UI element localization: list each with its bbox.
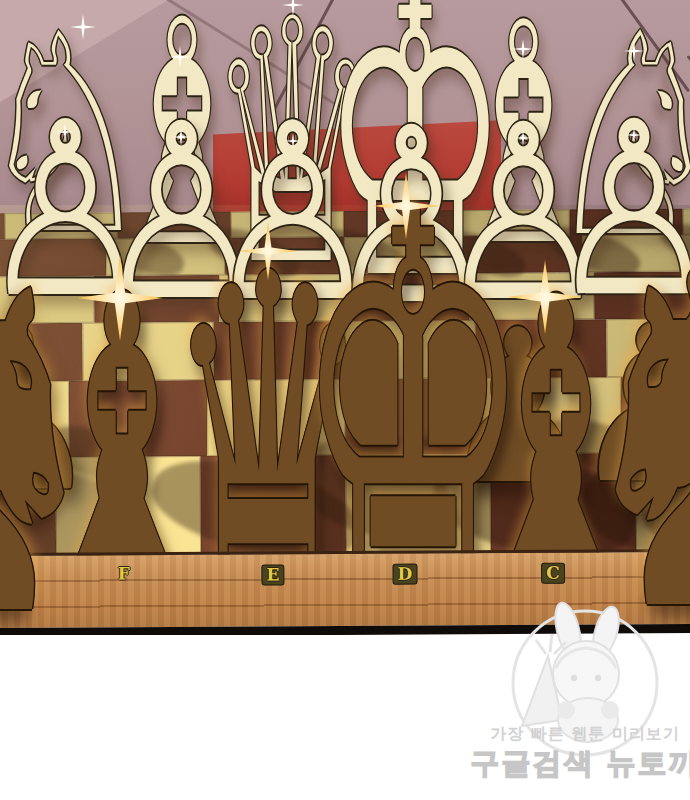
watermark-line1: 가장 빠른 웹툰 미리보기 xyxy=(470,724,690,745)
board-rank-row xyxy=(0,271,690,325)
file-label: E xyxy=(261,564,284,585)
board-square xyxy=(219,274,344,322)
board-square xyxy=(213,321,344,380)
file-label: C xyxy=(541,563,565,584)
board-square xyxy=(344,320,475,379)
watermark: 가장 빠른 웹툰 미리보기 구글검색 뉴토끼 xyxy=(470,598,690,788)
file-label: D xyxy=(392,564,417,585)
comic-panel: ♘♗♕♔♗♘♙♙♙♙♙♙♟♟♟♞♝♛♚♝♞ F E D C 가장 빠른 웹툰 미… xyxy=(0,0,690,800)
board-square xyxy=(594,271,690,319)
board-rank-row xyxy=(0,317,690,382)
board-square xyxy=(0,239,106,277)
board-square xyxy=(0,276,94,324)
board-square xyxy=(469,272,594,320)
board-square xyxy=(344,273,469,321)
board-square xyxy=(606,318,690,377)
file-label: F xyxy=(118,565,130,582)
board-square xyxy=(82,322,213,381)
board-square xyxy=(94,275,219,323)
board-square xyxy=(475,319,606,378)
board-square xyxy=(0,323,83,382)
watermark-line2: 구글검색 뉴토끼 xyxy=(470,744,690,784)
